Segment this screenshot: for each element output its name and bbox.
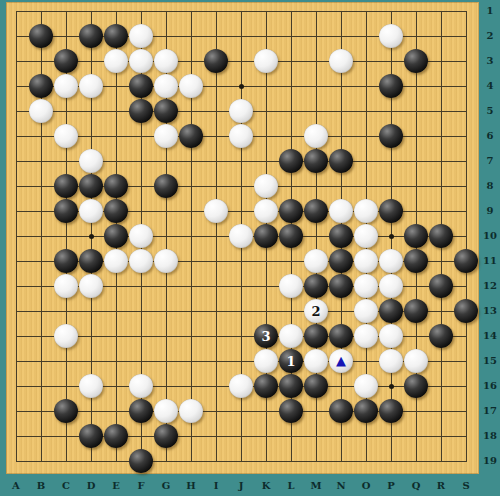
row-label: 18 — [481, 430, 499, 442]
stone-black[interactable] — [79, 174, 103, 198]
stone-black[interactable] — [29, 74, 53, 98]
stone-white[interactable] — [104, 49, 128, 73]
go-board[interactable]: 231▲ ABCDEFGHIJKLMNOPQRS1234567891011121… — [0, 0, 500, 496]
stone-white[interactable] — [79, 274, 103, 298]
row-label: 10 — [481, 230, 499, 242]
stone-black[interactable] — [79, 24, 103, 48]
row-label: 5 — [481, 105, 499, 117]
row-label: 7 — [481, 155, 499, 167]
stone-white[interactable] — [404, 349, 428, 373]
stone-white[interactable] — [354, 299, 378, 323]
stone-black[interactable] — [404, 374, 428, 398]
stone-white[interactable] — [54, 74, 78, 98]
stone-black[interactable] — [279, 399, 303, 423]
stone-white[interactable] — [154, 49, 178, 73]
stone-white[interactable] — [154, 399, 178, 423]
row-label: 11 — [481, 255, 499, 267]
stone-black[interactable] — [304, 199, 328, 223]
stone-white[interactable] — [54, 324, 78, 348]
stone-black[interactable] — [279, 199, 303, 223]
stone-black[interactable] — [329, 399, 353, 423]
stone-black[interactable] — [104, 199, 128, 223]
row-label: 15 — [481, 355, 499, 367]
stone-black[interactable] — [354, 399, 378, 423]
board-grid-line — [466, 11, 467, 462]
column-label: Q — [406, 480, 426, 491]
stone-white[interactable] — [129, 374, 153, 398]
stone-white[interactable] — [279, 274, 303, 298]
row-label: 12 — [481, 280, 499, 292]
stone-white[interactable] — [279, 324, 303, 348]
column-label: H — [181, 480, 201, 491]
board-grid-line — [16, 461, 467, 462]
stone-black[interactable] — [154, 424, 178, 448]
stone-white[interactable] — [229, 224, 253, 248]
stone-black[interactable] — [179, 124, 203, 148]
stone-black[interactable] — [54, 174, 78, 198]
stone-white[interactable] — [379, 249, 403, 273]
row-label: 16 — [481, 380, 499, 392]
stone-white[interactable] — [354, 324, 378, 348]
stone-white[interactable] — [129, 224, 153, 248]
stone-white[interactable] — [154, 249, 178, 273]
stone-black[interactable] — [379, 299, 403, 323]
row-label: 8 — [481, 180, 499, 192]
column-label: D — [81, 480, 101, 491]
stone-black[interactable] — [304, 324, 328, 348]
stone-white[interactable] — [129, 24, 153, 48]
stone-black[interactable] — [379, 124, 403, 148]
column-label: B — [31, 480, 51, 491]
column-label: M — [306, 480, 326, 491]
stone-black[interactable] — [404, 249, 428, 273]
stone-black[interactable] — [104, 224, 128, 248]
stone-white[interactable] — [254, 174, 278, 198]
star-point — [89, 234, 94, 239]
stone-white[interactable] — [329, 199, 353, 223]
move-number-label: 2 — [311, 305, 320, 318]
row-label: 19 — [481, 455, 499, 467]
stone-black[interactable] — [279, 149, 303, 173]
stone-white[interactable] — [354, 274, 378, 298]
stone-black[interactable] — [129, 399, 153, 423]
row-label: 13 — [481, 305, 499, 317]
stone-black[interactable] — [54, 49, 78, 73]
column-label: I — [206, 480, 226, 491]
stone-black[interactable]: 3 — [254, 324, 278, 348]
stone-white[interactable] — [129, 49, 153, 73]
stone-black[interactable] — [54, 249, 78, 273]
stone-black[interactable] — [304, 149, 328, 173]
stone-black[interactable] — [329, 249, 353, 273]
stone-white[interactable] — [229, 374, 253, 398]
column-label: N — [331, 480, 351, 491]
stone-white[interactable] — [304, 124, 328, 148]
column-label: S — [456, 480, 476, 491]
column-label: R — [431, 480, 451, 491]
stone-black[interactable] — [429, 274, 453, 298]
stone-black[interactable] — [154, 174, 178, 198]
stone-white[interactable] — [204, 199, 228, 223]
stone-white[interactable] — [354, 224, 378, 248]
stone-black[interactable] — [129, 449, 153, 473]
stone-black[interactable] — [104, 174, 128, 198]
stone-black[interactable] — [129, 74, 153, 98]
column-label: E — [106, 480, 126, 491]
stone-white[interactable] — [54, 124, 78, 148]
column-label: F — [131, 480, 151, 491]
stone-white[interactable] — [354, 249, 378, 273]
column-label: P — [381, 480, 401, 491]
stone-black[interactable] — [279, 224, 303, 248]
stone-white[interactable] — [254, 349, 278, 373]
stone-white[interactable] — [129, 249, 153, 273]
column-label: L — [281, 480, 301, 491]
stone-black[interactable] — [104, 24, 128, 48]
column-label: K — [256, 480, 276, 491]
stone-black[interactable] — [429, 324, 453, 348]
stone-black[interactable] — [404, 49, 428, 73]
stone-black[interactable] — [329, 324, 353, 348]
stone-white[interactable] — [179, 74, 203, 98]
stone-white[interactable] — [379, 349, 403, 373]
row-label: 9 — [481, 205, 499, 217]
stone-white[interactable] — [254, 49, 278, 73]
stone-white[interactable] — [54, 274, 78, 298]
stone-black[interactable] — [379, 199, 403, 223]
stone-black[interactable] — [404, 299, 428, 323]
stone-black[interactable] — [54, 199, 78, 223]
stone-black[interactable] — [379, 399, 403, 423]
move-number-label: 1 — [286, 355, 295, 368]
stone-black[interactable] — [29, 24, 53, 48]
stone-white[interactable] — [229, 99, 253, 123]
stone-black[interactable] — [304, 274, 328, 298]
stone-white[interactable] — [379, 324, 403, 348]
stone-black[interactable] — [54, 399, 78, 423]
star-point — [389, 234, 394, 239]
row-label: 4 — [481, 80, 499, 92]
stone-black[interactable]: 1 — [279, 349, 303, 373]
stone-white[interactable] — [354, 199, 378, 223]
stone-black[interactable] — [79, 249, 103, 273]
stone-white[interactable] — [304, 349, 328, 373]
row-label: 14 — [481, 330, 499, 342]
stone-black[interactable] — [154, 99, 178, 123]
stone-black[interactable] — [129, 99, 153, 123]
column-label: A — [6, 480, 26, 491]
stone-white[interactable] — [154, 124, 178, 148]
stone-black[interactable] — [254, 374, 278, 398]
stone-white[interactable]: ▲ — [329, 349, 353, 373]
stone-black[interactable] — [104, 424, 128, 448]
stone-white[interactable]: 2 — [304, 299, 328, 323]
stone-black[interactable] — [329, 224, 353, 248]
column-label: C — [56, 480, 76, 491]
column-label: J — [231, 480, 251, 491]
stone-white[interactable] — [329, 49, 353, 73]
stone-black[interactable] — [79, 424, 103, 448]
stone-white[interactable] — [104, 249, 128, 273]
stone-white[interactable] — [229, 124, 253, 148]
star-point — [239, 84, 244, 89]
stone-white[interactable] — [79, 374, 103, 398]
stone-white[interactable] — [79, 199, 103, 223]
stone-white[interactable] — [179, 399, 203, 423]
stone-black[interactable] — [454, 249, 478, 273]
column-label: O — [356, 480, 376, 491]
star-point — [389, 384, 394, 389]
stone-black[interactable] — [279, 374, 303, 398]
triangle-marker: ▲ — [336, 354, 346, 367]
stone-white[interactable] — [354, 374, 378, 398]
stone-black[interactable] — [254, 224, 278, 248]
stone-white[interactable] — [379, 274, 403, 298]
stone-black[interactable] — [304, 374, 328, 398]
stone-white[interactable] — [29, 99, 53, 123]
row-label: 1 — [481, 5, 499, 17]
stone-black[interactable] — [204, 49, 228, 73]
stone-black[interactable] — [404, 224, 428, 248]
move-number-label: 3 — [261, 330, 270, 343]
stone-white[interactable] — [304, 249, 328, 273]
stone-white[interactable] — [79, 74, 103, 98]
row-label: 3 — [481, 55, 499, 67]
row-label: 2 — [481, 30, 499, 42]
stone-black[interactable] — [379, 74, 403, 98]
row-label: 17 — [481, 405, 499, 417]
stone-black[interactable] — [329, 149, 353, 173]
stone-black[interactable] — [454, 299, 478, 323]
stone-white[interactable] — [79, 149, 103, 173]
stone-black[interactable] — [429, 224, 453, 248]
stone-white[interactable] — [379, 24, 403, 48]
column-label: G — [156, 480, 176, 491]
row-label: 6 — [481, 130, 499, 142]
stone-black[interactable] — [329, 274, 353, 298]
stone-white[interactable] — [154, 74, 178, 98]
stone-white[interactable] — [254, 199, 278, 223]
